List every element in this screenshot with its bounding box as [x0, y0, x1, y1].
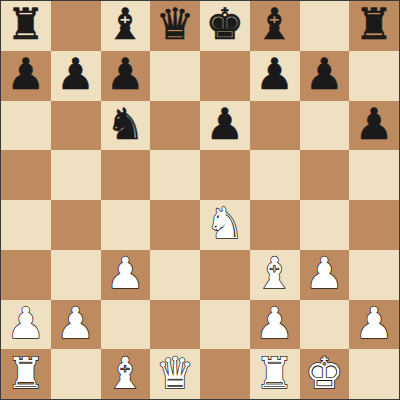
piece-black-pawn: ♟ [206, 103, 245, 146]
square-d5[interactable] [150, 150, 200, 200]
piece-black-pawn: ♟ [7, 53, 46, 96]
piece-black-pawn: ♟ [56, 53, 95, 96]
square-e1[interactable] [200, 349, 250, 399]
piece-white-bishop: ♝ [106, 352, 145, 395]
piece-black-pawn: ♟ [255, 53, 294, 96]
piece-black-pawn: ♟ [305, 53, 344, 96]
square-f1[interactable]: ♜ [250, 349, 300, 399]
piece-white-queen: ♛ [156, 352, 195, 395]
square-b4[interactable] [51, 200, 101, 250]
square-b2[interactable]: ♟ [51, 300, 101, 350]
piece-white-rook: ♜ [7, 352, 46, 395]
piece-black-rook: ♜ [355, 3, 394, 46]
piece-black-bishop: ♝ [255, 3, 294, 46]
piece-black-knight: ♞ [106, 103, 145, 146]
square-f4[interactable] [250, 200, 300, 250]
square-a2[interactable]: ♟ [1, 300, 51, 350]
square-f8[interactable]: ♝ [250, 1, 300, 51]
piece-black-bishop: ♝ [106, 3, 145, 46]
square-f6[interactable] [250, 101, 300, 151]
square-c1[interactable]: ♝ [101, 349, 151, 399]
square-h3[interactable] [349, 250, 399, 300]
square-d8[interactable]: ♛ [150, 1, 200, 51]
square-a5[interactable] [1, 150, 51, 200]
square-g5[interactable] [300, 150, 350, 200]
square-g1[interactable]: ♚ [300, 349, 350, 399]
piece-white-pawn: ♟ [255, 302, 294, 345]
square-f2[interactable]: ♟ [250, 300, 300, 350]
square-e8[interactable]: ♚ [200, 1, 250, 51]
square-g3[interactable]: ♟ [300, 250, 350, 300]
square-g7[interactable]: ♟ [300, 51, 350, 101]
square-e6[interactable]: ♟ [200, 101, 250, 151]
square-c3[interactable]: ♟ [101, 250, 151, 300]
square-h7[interactable] [349, 51, 399, 101]
square-g2[interactable] [300, 300, 350, 350]
piece-black-queen: ♛ [156, 3, 195, 46]
piece-black-pawn: ♟ [355, 103, 394, 146]
square-a6[interactable] [1, 101, 51, 151]
square-f3[interactable]: ♝ [250, 250, 300, 300]
square-h4[interactable] [349, 200, 399, 250]
square-c5[interactable] [101, 150, 151, 200]
square-a7[interactable]: ♟ [1, 51, 51, 101]
piece-black-pawn: ♟ [106, 53, 145, 96]
square-h1[interactable] [349, 349, 399, 399]
piece-white-knight: ♞ [206, 202, 245, 245]
square-b6[interactable] [51, 101, 101, 151]
square-b7[interactable]: ♟ [51, 51, 101, 101]
piece-black-king: ♚ [206, 3, 245, 46]
square-d3[interactable] [150, 250, 200, 300]
piece-white-bishop: ♝ [255, 252, 294, 295]
square-g4[interactable] [300, 200, 350, 250]
square-f7[interactable]: ♟ [250, 51, 300, 101]
square-a3[interactable] [1, 250, 51, 300]
piece-white-pawn: ♟ [355, 302, 394, 345]
square-e3[interactable] [200, 250, 250, 300]
square-h2[interactable]: ♟ [349, 300, 399, 350]
square-a1[interactable]: ♜ [1, 349, 51, 399]
piece-white-king: ♚ [305, 352, 344, 395]
square-e7[interactable] [200, 51, 250, 101]
square-h6[interactable]: ♟ [349, 101, 399, 151]
square-e4[interactable]: ♞ [200, 200, 250, 250]
square-h5[interactable] [349, 150, 399, 200]
piece-white-pawn: ♟ [7, 302, 46, 345]
square-c2[interactable] [101, 300, 151, 350]
square-e5[interactable] [200, 150, 250, 200]
square-b5[interactable] [51, 150, 101, 200]
square-c4[interactable] [101, 200, 151, 250]
square-f5[interactable] [250, 150, 300, 200]
piece-white-pawn: ♟ [56, 302, 95, 345]
square-d6[interactable] [150, 101, 200, 151]
square-e2[interactable] [200, 300, 250, 350]
piece-white-pawn: ♟ [106, 252, 145, 295]
square-a8[interactable]: ♜ [1, 1, 51, 51]
piece-white-pawn: ♟ [305, 252, 344, 295]
square-c7[interactable]: ♟ [101, 51, 151, 101]
square-g6[interactable] [300, 101, 350, 151]
square-c8[interactable]: ♝ [101, 1, 151, 51]
square-a4[interactable] [1, 200, 51, 250]
square-d2[interactable] [150, 300, 200, 350]
square-b8[interactable] [51, 1, 101, 51]
chess-board: ♜♝♛♚♝♜♟♟♟♟♟♞♟♟♞♟♝♟♟♟♟♟♜♝♛♜♚ [0, 0, 400, 400]
square-b1[interactable] [51, 349, 101, 399]
square-c6[interactable]: ♞ [101, 101, 151, 151]
square-h8[interactable]: ♜ [349, 1, 399, 51]
square-d4[interactable] [150, 200, 200, 250]
square-b3[interactable] [51, 250, 101, 300]
piece-white-rook: ♜ [255, 352, 294, 395]
square-d1[interactable]: ♛ [150, 349, 200, 399]
piece-black-rook: ♜ [7, 3, 46, 46]
square-d7[interactable] [150, 51, 200, 101]
square-g8[interactable] [300, 1, 350, 51]
